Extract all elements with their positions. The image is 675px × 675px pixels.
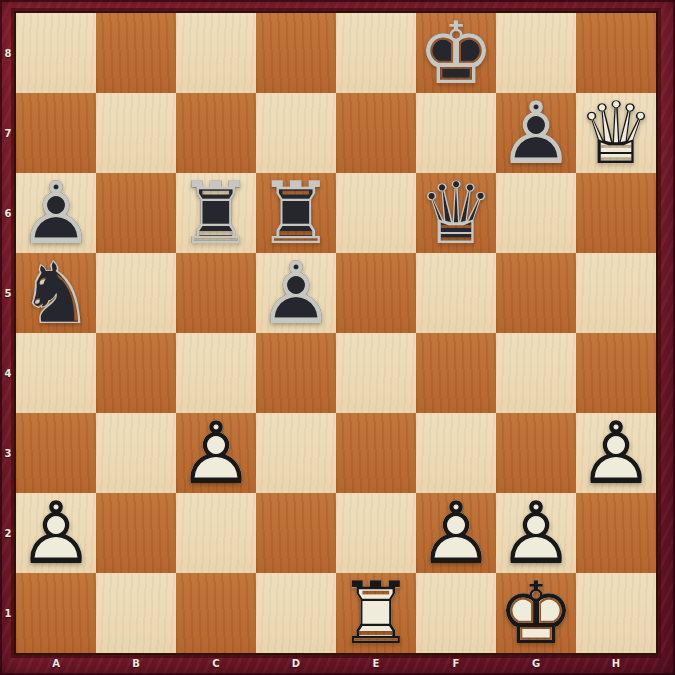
square-f1[interactable]: [416, 573, 496, 653]
white-queen-outline-icon: ♕: [576, 93, 656, 173]
square-f3[interactable]: [416, 413, 496, 493]
square-d3[interactable]: [256, 413, 336, 493]
square-g6[interactable]: [496, 173, 576, 253]
square-e4[interactable]: [336, 333, 416, 413]
black-knight-outline-icon: ♘: [16, 253, 96, 333]
square-c1[interactable]: [176, 573, 256, 653]
white-pawn-outline-icon: ♙: [16, 493, 96, 573]
black-queen-outline-icon: ♕: [416, 173, 496, 253]
file-label-c: C: [176, 653, 256, 673]
file-label-d: D: [256, 653, 336, 673]
square-a7[interactable]: [16, 93, 96, 173]
rank-label-8: 8: [0, 13, 16, 93]
black-pawn-outline-icon: ♙: [16, 173, 96, 253]
square-g3[interactable]: [496, 413, 576, 493]
square-e3[interactable]: [336, 413, 416, 493]
piece-white-pawn-c3[interactable]: ♟♙: [176, 413, 256, 493]
file-label-h: H: [576, 653, 656, 673]
piece-white-rook-e1[interactable]: ♜♖: [336, 573, 416, 653]
rank-label-2: 2: [0, 493, 16, 573]
square-c7[interactable]: [176, 93, 256, 173]
square-c4[interactable]: [176, 333, 256, 413]
piece-white-pawn-h3[interactable]: ♟♙: [576, 413, 656, 493]
square-g5[interactable]: [496, 253, 576, 333]
file-label-e: E: [336, 653, 416, 673]
square-h6[interactable]: [576, 173, 656, 253]
square-h1[interactable]: [576, 573, 656, 653]
square-b8[interactable]: [96, 13, 176, 93]
rank-label-5: 5: [0, 253, 16, 333]
piece-white-queen-h7[interactable]: ♛♕: [576, 93, 656, 173]
piece-black-knight-a5[interactable]: ♞♘: [16, 253, 96, 333]
square-h8[interactable]: [576, 13, 656, 93]
square-b5[interactable]: [96, 253, 176, 333]
square-f7[interactable]: [416, 93, 496, 173]
white-pawn-outline-icon: ♙: [416, 493, 496, 573]
square-h4[interactable]: [576, 333, 656, 413]
chess-board: ♚♔♟♙♛♕♟♙♜♖♜♖♛♕♞♘♟♙♟♙♟♙♟♙♟♙♟♙♜♖♚♔: [16, 13, 656, 653]
square-e5[interactable]: [336, 253, 416, 333]
square-f4[interactable]: [416, 333, 496, 413]
piece-white-pawn-g2[interactable]: ♟♙: [496, 493, 576, 573]
square-d4[interactable]: [256, 333, 336, 413]
square-d2[interactable]: [256, 493, 336, 573]
square-a8[interactable]: [16, 13, 96, 93]
piece-black-rook-d6[interactable]: ♜♖: [256, 173, 336, 253]
square-c8[interactable]: [176, 13, 256, 93]
file-label-f: F: [416, 653, 496, 673]
piece-white-king-g1[interactable]: ♚♔: [496, 573, 576, 653]
square-a3[interactable]: [16, 413, 96, 493]
square-b1[interactable]: [96, 573, 176, 653]
square-g4[interactable]: [496, 333, 576, 413]
white-pawn-outline-icon: ♙: [576, 413, 656, 493]
file-label-b: B: [96, 653, 176, 673]
square-e7[interactable]: [336, 93, 416, 173]
piece-black-pawn-g7[interactable]: ♟♙: [496, 93, 576, 173]
piece-black-queen-f6[interactable]: ♛♕: [416, 173, 496, 253]
piece-black-pawn-d5[interactable]: ♟♙: [256, 253, 336, 333]
square-d7[interactable]: [256, 93, 336, 173]
rank-label-4: 4: [0, 333, 16, 413]
square-e6[interactable]: [336, 173, 416, 253]
square-a4[interactable]: [16, 333, 96, 413]
piece-white-pawn-f2[interactable]: ♟♙: [416, 493, 496, 573]
square-c2[interactable]: [176, 493, 256, 573]
white-pawn-outline-icon: ♙: [496, 493, 576, 573]
board-frame: ♚♔♟♙♛♕♟♙♜♖♜♖♛♕♞♘♟♙♟♙♟♙♟♙♟♙♟♙♜♖♚♔ 8765432…: [0, 0, 675, 675]
square-b3[interactable]: [96, 413, 176, 493]
square-b7[interactable]: [96, 93, 176, 173]
rank-label-1: 1: [0, 573, 16, 653]
rank-label-7: 7: [0, 93, 16, 173]
file-label-a: A: [16, 653, 96, 673]
square-d8[interactable]: [256, 13, 336, 93]
square-b4[interactable]: [96, 333, 176, 413]
square-b6[interactable]: [96, 173, 176, 253]
piece-white-pawn-a2[interactable]: ♟♙: [16, 493, 96, 573]
square-e2[interactable]: [336, 493, 416, 573]
square-c5[interactable]: [176, 253, 256, 333]
square-h2[interactable]: [576, 493, 656, 573]
white-pawn-outline-icon: ♙: [176, 413, 256, 493]
rank-label-3: 3: [0, 413, 16, 493]
square-g8[interactable]: [496, 13, 576, 93]
file-label-g: G: [496, 653, 576, 673]
square-d1[interactable]: [256, 573, 336, 653]
piece-black-rook-c6[interactable]: ♜♖: [176, 173, 256, 253]
square-a1[interactable]: [16, 573, 96, 653]
black-rook-outline-icon: ♖: [256, 173, 336, 253]
square-f5[interactable]: [416, 253, 496, 333]
black-pawn-outline-icon: ♙: [256, 253, 336, 333]
square-e8[interactable]: [336, 13, 416, 93]
square-h5[interactable]: [576, 253, 656, 333]
file-labels: ABCDEFGH: [16, 653, 656, 675]
black-king-outline-icon: ♔: [416, 13, 496, 93]
black-pawn-outline-icon: ♙: [496, 93, 576, 173]
square-b2[interactable]: [96, 493, 176, 573]
piece-black-king-f8[interactable]: ♚♔: [416, 13, 496, 93]
piece-black-pawn-a6[interactable]: ♟♙: [16, 173, 96, 253]
rank-labels: 87654321: [0, 13, 16, 653]
white-rook-outline-icon: ♖: [336, 573, 416, 653]
rank-label-6: 6: [0, 173, 16, 253]
white-king-outline-icon: ♔: [496, 573, 576, 653]
black-rook-outline-icon: ♖: [176, 173, 256, 253]
